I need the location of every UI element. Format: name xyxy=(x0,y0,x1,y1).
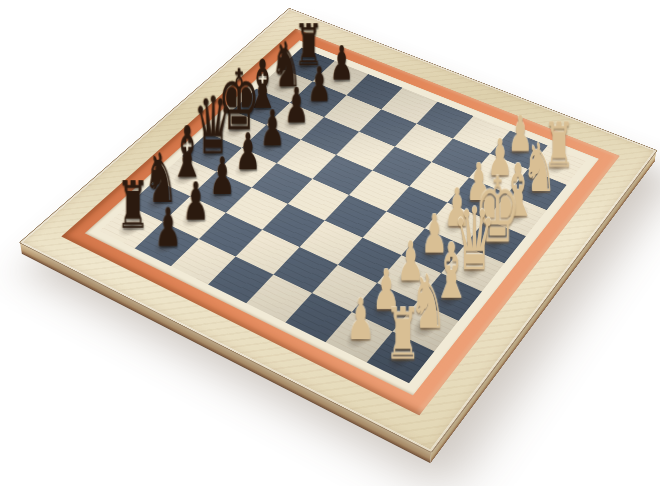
white-rook-glyph: ♜ xyxy=(365,306,440,363)
black-pawn-glyph: ♟ xyxy=(134,207,204,250)
background: ♜♟♞♟♝♟♚♟♟♛♜♟♟♝♞♟♟♞♝♟♟♜♚♟♟♛♟♝♟♞♟♜ xyxy=(0,0,660,486)
perspective-scene: ♜♟♞♟♝♟♚♟♟♛♜♟♟♝♞♟♟♞♝♟♟♜♚♟♟♛♟♝♟♞♟♜ xyxy=(0,0,660,486)
pieces-layer: ♜♟♞♟♝♟♚♟♟♛♜♟♟♝♞♟♟♞♝♟♟♜♚♟♟♛♟♝♟♞♟♜ xyxy=(99,48,586,384)
chess-board: ♜♟♞♟♝♟♚♟♟♛♜♟♟♝♞♟♟♞♝♟♟♜♚♟♟♛♟♝♟♞♟♜ xyxy=(19,8,658,453)
